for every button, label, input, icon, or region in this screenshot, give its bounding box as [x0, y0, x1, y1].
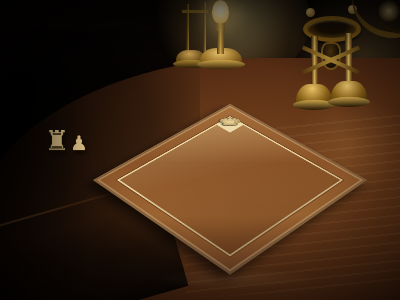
lamp-crossbar-icon	[182, 10, 208, 13]
corner-lamp-glow	[378, 0, 400, 22]
hourglass-foot-rim-icon	[328, 97, 370, 107]
hourglass-knob-icon	[306, 8, 315, 17]
captured-white-rook[interactable]: ♜	[45, 127, 69, 154]
captured-white-pawn[interactable]: ♟	[70, 133, 88, 153]
lamp-base-rim-icon	[197, 60, 245, 69]
lamp-bulb-icon	[212, 0, 229, 24]
scene: ♜♛♚♜♟♟♝♟♞♟♟♟♟♝♛♞♟♟♟♟♟♝♟♚♜ ♜ ♟	[0, 0, 400, 300]
board-reflection	[150, 268, 320, 290]
lamp-stem-icon	[217, 30, 224, 54]
